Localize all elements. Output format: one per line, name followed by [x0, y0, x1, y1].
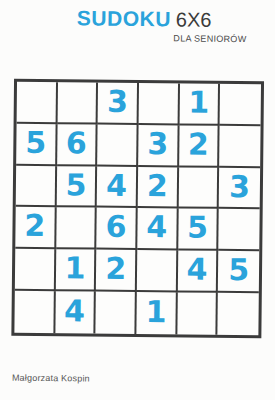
cell-r4c5: 5 [178, 209, 219, 251]
cell-r6c6 [218, 293, 259, 335]
cell-r2c1: 5 [16, 124, 57, 166]
cell-r6c2: 4 [55, 291, 96, 333]
cell-r3c4: 2 [138, 167, 179, 209]
cell-r1c4 [139, 83, 180, 125]
sudoku-board: 31563254232645124541 [11, 79, 264, 339]
cell-r4c1: 2 [15, 207, 56, 249]
subtitle-dla-seniorow: DLA SENIORÓW [173, 33, 246, 44]
cell-r6c1 [14, 291, 55, 333]
cell-r2c5: 2 [179, 125, 220, 167]
cell-r1c2 [57, 82, 98, 124]
cell-r5c2: 1 [55, 249, 96, 291]
cell-r4c2 [56, 208, 97, 250]
cell-r5c6: 5 [218, 251, 259, 293]
cell-r1c3: 3 [98, 83, 139, 125]
cell-r5c4 [137, 250, 178, 292]
book-cover: SUDOKU6X6 DLA SENIORÓW 31563254232645124… [0, 0, 275, 400]
cell-r6c3 [96, 292, 137, 334]
page-title: SUDOKU6X6 [2, 6, 275, 33]
cell-r3c5 [178, 167, 219, 209]
title-grid-size: 6X6 [176, 8, 212, 30]
cell-r2c3 [97, 124, 138, 166]
cell-r1c1 [17, 82, 58, 124]
cell-r3c2: 5 [56, 166, 97, 208]
cell-r5c1 [15, 249, 56, 291]
cell-r2c4: 3 [138, 125, 179, 167]
cell-r3c1 [16, 165, 57, 207]
title-sudoku: SUDOKU [77, 6, 171, 30]
cell-r5c3: 2 [96, 250, 137, 292]
cell-r1c6 [220, 84, 261, 126]
cell-r2c2: 6 [57, 124, 98, 166]
cell-r2c6 [219, 126, 260, 168]
cell-r4c6 [219, 209, 260, 251]
cell-r1c5: 1 [179, 83, 220, 125]
cell-r6c4: 1 [136, 292, 177, 334]
cell-r5c5: 4 [177, 251, 218, 293]
cell-r4c3: 6 [97, 208, 138, 250]
cell-r6c5 [177, 293, 218, 335]
author-name: Małgorzata Kospin [12, 373, 90, 384]
cell-r3c6: 3 [219, 168, 260, 210]
cell-r3c3: 4 [97, 166, 138, 208]
cell-r4c4: 4 [137, 208, 178, 250]
